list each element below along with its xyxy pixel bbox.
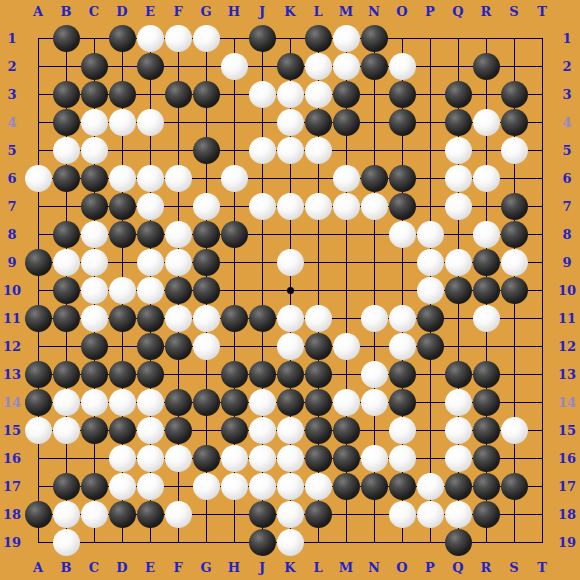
intersection-T19[interactable] (528, 528, 556, 556)
intersection-R18[interactable] (472, 500, 500, 528)
intersection-L9[interactable] (304, 248, 332, 276)
intersection-E3[interactable] (136, 80, 164, 108)
intersection-S2[interactable] (500, 52, 528, 80)
intersection-J18[interactable] (248, 500, 276, 528)
intersection-S7[interactable] (500, 192, 528, 220)
intersection-R10[interactable] (472, 276, 500, 304)
intersection-J19[interactable] (248, 528, 276, 556)
intersection-Q3[interactable] (444, 80, 472, 108)
intersection-P5[interactable] (416, 136, 444, 164)
intersection-H12[interactable] (220, 332, 248, 360)
intersection-O6[interactable] (388, 164, 416, 192)
intersection-Q17[interactable] (444, 472, 472, 500)
intersection-A1[interactable] (24, 24, 52, 52)
intersection-K3[interactable] (276, 80, 304, 108)
intersection-N17[interactable] (360, 472, 388, 500)
intersection-R11[interactable] (472, 304, 500, 332)
intersection-A13[interactable] (24, 360, 52, 388)
intersection-T17[interactable] (528, 472, 556, 500)
intersection-D15[interactable] (108, 416, 136, 444)
intersection-C19[interactable] (80, 528, 108, 556)
intersection-D14[interactable] (108, 388, 136, 416)
intersection-R16[interactable] (472, 444, 500, 472)
intersection-K9[interactable] (276, 248, 304, 276)
intersection-L3[interactable] (304, 80, 332, 108)
intersection-A7[interactable] (24, 192, 52, 220)
intersection-R19[interactable] (472, 528, 500, 556)
intersection-B8[interactable] (52, 220, 80, 248)
intersection-F18[interactable] (164, 500, 192, 528)
intersection-N6[interactable] (360, 164, 388, 192)
intersection-G14[interactable] (192, 388, 220, 416)
intersection-L4[interactable] (304, 108, 332, 136)
intersection-L12[interactable] (304, 332, 332, 360)
intersection-G11[interactable] (192, 304, 220, 332)
intersection-J2[interactable] (248, 52, 276, 80)
intersection-F6[interactable] (164, 164, 192, 192)
intersection-Q19[interactable] (444, 528, 472, 556)
intersection-T14[interactable] (528, 388, 556, 416)
intersection-C5[interactable] (80, 136, 108, 164)
intersection-P16[interactable] (416, 444, 444, 472)
intersection-G5[interactable] (192, 136, 220, 164)
intersection-M16[interactable] (332, 444, 360, 472)
intersection-K17[interactable] (276, 472, 304, 500)
intersection-P15[interactable] (416, 416, 444, 444)
intersection-D2[interactable] (108, 52, 136, 80)
intersection-F2[interactable] (164, 52, 192, 80)
intersection-D16[interactable] (108, 444, 136, 472)
intersection-N9[interactable] (360, 248, 388, 276)
intersection-S16[interactable] (500, 444, 528, 472)
intersection-O17[interactable] (388, 472, 416, 500)
intersection-J17[interactable] (248, 472, 276, 500)
intersection-B5[interactable] (52, 136, 80, 164)
intersection-A19[interactable] (24, 528, 52, 556)
intersection-P1[interactable] (416, 24, 444, 52)
intersection-R7[interactable] (472, 192, 500, 220)
intersection-M17[interactable] (332, 472, 360, 500)
intersection-G6[interactable] (192, 164, 220, 192)
intersection-C4[interactable] (80, 108, 108, 136)
intersection-J1[interactable] (248, 24, 276, 52)
intersection-F9[interactable] (164, 248, 192, 276)
intersection-K8[interactable] (276, 220, 304, 248)
intersection-J14[interactable] (248, 388, 276, 416)
intersection-A6[interactable] (24, 164, 52, 192)
intersection-O15[interactable] (388, 416, 416, 444)
intersection-P11[interactable] (416, 304, 444, 332)
intersection-T12[interactable] (528, 332, 556, 360)
intersection-C6[interactable] (80, 164, 108, 192)
intersection-A11[interactable] (24, 304, 52, 332)
intersection-N18[interactable] (360, 500, 388, 528)
intersection-O11[interactable] (388, 304, 416, 332)
intersection-A15[interactable] (24, 416, 52, 444)
intersection-E11[interactable] (136, 304, 164, 332)
intersection-M5[interactable] (332, 136, 360, 164)
intersection-L11[interactable] (304, 304, 332, 332)
intersection-Q15[interactable] (444, 416, 472, 444)
intersection-R15[interactable] (472, 416, 500, 444)
intersection-K19[interactable] (276, 528, 304, 556)
intersection-S15[interactable] (500, 416, 528, 444)
intersection-Q1[interactable] (444, 24, 472, 52)
intersection-B18[interactable] (52, 500, 80, 528)
intersection-F19[interactable] (164, 528, 192, 556)
intersection-B1[interactable] (52, 24, 80, 52)
intersection-H7[interactable] (220, 192, 248, 220)
intersection-N12[interactable] (360, 332, 388, 360)
intersection-P9[interactable] (416, 248, 444, 276)
intersection-O1[interactable] (388, 24, 416, 52)
intersection-C13[interactable] (80, 360, 108, 388)
intersection-T9[interactable] (528, 248, 556, 276)
intersection-D9[interactable] (108, 248, 136, 276)
intersection-A17[interactable] (24, 472, 52, 500)
intersection-P4[interactable] (416, 108, 444, 136)
intersection-C17[interactable] (80, 472, 108, 500)
intersection-S17[interactable] (500, 472, 528, 500)
intersection-S19[interactable] (500, 528, 528, 556)
intersection-L5[interactable] (304, 136, 332, 164)
intersection-B12[interactable] (52, 332, 80, 360)
intersection-N8[interactable] (360, 220, 388, 248)
intersection-G4[interactable] (192, 108, 220, 136)
intersection-D12[interactable] (108, 332, 136, 360)
intersection-M10[interactable] (332, 276, 360, 304)
intersection-N13[interactable] (360, 360, 388, 388)
intersection-N15[interactable] (360, 416, 388, 444)
intersection-M9[interactable] (332, 248, 360, 276)
intersection-J13[interactable] (248, 360, 276, 388)
intersection-N1[interactable] (360, 24, 388, 52)
intersection-C7[interactable] (80, 192, 108, 220)
intersection-P2[interactable] (416, 52, 444, 80)
intersection-M2[interactable] (332, 52, 360, 80)
intersection-J4[interactable] (248, 108, 276, 136)
intersection-M7[interactable] (332, 192, 360, 220)
intersection-E16[interactable] (136, 444, 164, 472)
intersection-Q13[interactable] (444, 360, 472, 388)
intersection-O13[interactable] (388, 360, 416, 388)
intersection-E2[interactable] (136, 52, 164, 80)
intersection-G15[interactable] (192, 416, 220, 444)
intersection-L15[interactable] (304, 416, 332, 444)
intersection-J7[interactable] (248, 192, 276, 220)
intersection-E12[interactable] (136, 332, 164, 360)
intersection-R4[interactable] (472, 108, 500, 136)
intersection-Q6[interactable] (444, 164, 472, 192)
intersection-J9[interactable] (248, 248, 276, 276)
intersection-S4[interactable] (500, 108, 528, 136)
intersection-T18[interactable] (528, 500, 556, 528)
intersection-C11[interactable] (80, 304, 108, 332)
intersection-B2[interactable] (52, 52, 80, 80)
intersection-P6[interactable] (416, 164, 444, 192)
intersection-D3[interactable] (108, 80, 136, 108)
intersection-H1[interactable] (220, 24, 248, 52)
intersection-H11[interactable] (220, 304, 248, 332)
intersection-H13[interactable] (220, 360, 248, 388)
intersection-A18[interactable] (24, 500, 52, 528)
intersection-T2[interactable] (528, 52, 556, 80)
intersection-E1[interactable] (136, 24, 164, 52)
intersection-A8[interactable] (24, 220, 52, 248)
intersection-P12[interactable] (416, 332, 444, 360)
intersection-A3[interactable] (24, 80, 52, 108)
intersection-S9[interactable] (500, 248, 528, 276)
intersection-O14[interactable] (388, 388, 416, 416)
intersection-L14[interactable] (304, 388, 332, 416)
intersection-M4[interactable] (332, 108, 360, 136)
intersection-E13[interactable] (136, 360, 164, 388)
intersection-P10[interactable] (416, 276, 444, 304)
intersection-E10[interactable] (136, 276, 164, 304)
intersection-P19[interactable] (416, 528, 444, 556)
intersection-A4[interactable] (24, 108, 52, 136)
intersection-K15[interactable] (276, 416, 304, 444)
intersection-H16[interactable] (220, 444, 248, 472)
intersection-P8[interactable] (416, 220, 444, 248)
intersection-A5[interactable] (24, 136, 52, 164)
intersection-K14[interactable] (276, 388, 304, 416)
intersection-O2[interactable] (388, 52, 416, 80)
intersection-G13[interactable] (192, 360, 220, 388)
intersection-J3[interactable] (248, 80, 276, 108)
intersection-N14[interactable] (360, 388, 388, 416)
intersection-E14[interactable] (136, 388, 164, 416)
intersection-G9[interactable] (192, 248, 220, 276)
intersection-B19[interactable] (52, 528, 80, 556)
intersection-H17[interactable] (220, 472, 248, 500)
intersection-B13[interactable] (52, 360, 80, 388)
intersection-F17[interactable] (164, 472, 192, 500)
intersection-E7[interactable] (136, 192, 164, 220)
intersection-D13[interactable] (108, 360, 136, 388)
intersection-E15[interactable] (136, 416, 164, 444)
intersection-D19[interactable] (108, 528, 136, 556)
intersection-E9[interactable] (136, 248, 164, 276)
intersection-O3[interactable] (388, 80, 416, 108)
intersection-F1[interactable] (164, 24, 192, 52)
intersection-C10[interactable] (80, 276, 108, 304)
intersection-N11[interactable] (360, 304, 388, 332)
intersection-L19[interactable] (304, 528, 332, 556)
intersection-J10[interactable] (248, 276, 276, 304)
intersection-C1[interactable] (80, 24, 108, 52)
intersection-L18[interactable] (304, 500, 332, 528)
intersection-J5[interactable] (248, 136, 276, 164)
intersection-P17[interactable] (416, 472, 444, 500)
intersection-G1[interactable] (192, 24, 220, 52)
intersection-R8[interactable] (472, 220, 500, 248)
intersection-F12[interactable] (164, 332, 192, 360)
intersection-L8[interactable] (304, 220, 332, 248)
intersection-N5[interactable] (360, 136, 388, 164)
intersection-E5[interactable] (136, 136, 164, 164)
intersection-T7[interactable] (528, 192, 556, 220)
intersection-N2[interactable] (360, 52, 388, 80)
intersection-T3[interactable] (528, 80, 556, 108)
intersection-F11[interactable] (164, 304, 192, 332)
intersection-H3[interactable] (220, 80, 248, 108)
intersection-A10[interactable] (24, 276, 52, 304)
intersection-O19[interactable] (388, 528, 416, 556)
intersection-M19[interactable] (332, 528, 360, 556)
intersection-C2[interactable] (80, 52, 108, 80)
intersection-G12[interactable] (192, 332, 220, 360)
intersection-L6[interactable] (304, 164, 332, 192)
intersection-R13[interactable] (472, 360, 500, 388)
intersection-F7[interactable] (164, 192, 192, 220)
intersection-K4[interactable] (276, 108, 304, 136)
intersection-B17[interactable] (52, 472, 80, 500)
intersection-C15[interactable] (80, 416, 108, 444)
intersection-T10[interactable] (528, 276, 556, 304)
intersection-C3[interactable] (80, 80, 108, 108)
intersection-F14[interactable] (164, 388, 192, 416)
intersection-B16[interactable] (52, 444, 80, 472)
intersection-C18[interactable] (80, 500, 108, 528)
intersection-M18[interactable] (332, 500, 360, 528)
intersection-K7[interactable] (276, 192, 304, 220)
intersection-F3[interactable] (164, 80, 192, 108)
intersection-S11[interactable] (500, 304, 528, 332)
intersection-R9[interactable] (472, 248, 500, 276)
intersection-S10[interactable] (500, 276, 528, 304)
intersection-C9[interactable] (80, 248, 108, 276)
intersection-T4[interactable] (528, 108, 556, 136)
intersection-G18[interactable] (192, 500, 220, 528)
intersection-H4[interactable] (220, 108, 248, 136)
intersection-O16[interactable] (388, 444, 416, 472)
intersection-E17[interactable] (136, 472, 164, 500)
intersection-H5[interactable] (220, 136, 248, 164)
intersection-O5[interactable] (388, 136, 416, 164)
intersection-K13[interactable] (276, 360, 304, 388)
intersection-J6[interactable] (248, 164, 276, 192)
intersection-S3[interactable] (500, 80, 528, 108)
intersection-D17[interactable] (108, 472, 136, 500)
intersection-B9[interactable] (52, 248, 80, 276)
intersection-F15[interactable] (164, 416, 192, 444)
intersection-F5[interactable] (164, 136, 192, 164)
intersection-D1[interactable] (108, 24, 136, 52)
intersection-K16[interactable] (276, 444, 304, 472)
intersection-G19[interactable] (192, 528, 220, 556)
intersection-E8[interactable] (136, 220, 164, 248)
intersection-J12[interactable] (248, 332, 276, 360)
intersection-K12[interactable] (276, 332, 304, 360)
intersection-A16[interactable] (24, 444, 52, 472)
intersection-D18[interactable] (108, 500, 136, 528)
intersection-N4[interactable] (360, 108, 388, 136)
intersection-J11[interactable] (248, 304, 276, 332)
intersection-K6[interactable] (276, 164, 304, 192)
intersection-S8[interactable] (500, 220, 528, 248)
intersection-C12[interactable] (80, 332, 108, 360)
intersection-N10[interactable] (360, 276, 388, 304)
intersection-B15[interactable] (52, 416, 80, 444)
intersection-R2[interactable] (472, 52, 500, 80)
intersection-F10[interactable] (164, 276, 192, 304)
intersection-N19[interactable] (360, 528, 388, 556)
intersection-K11[interactable] (276, 304, 304, 332)
intersection-B3[interactable] (52, 80, 80, 108)
intersection-S1[interactable] (500, 24, 528, 52)
intersection-H9[interactable] (220, 248, 248, 276)
intersection-P14[interactable] (416, 388, 444, 416)
intersection-Q12[interactable] (444, 332, 472, 360)
intersection-D6[interactable] (108, 164, 136, 192)
intersection-H18[interactable] (220, 500, 248, 528)
intersection-J16[interactable] (248, 444, 276, 472)
intersection-M14[interactable] (332, 388, 360, 416)
intersection-B11[interactable] (52, 304, 80, 332)
intersection-K2[interactable] (276, 52, 304, 80)
intersection-R17[interactable] (472, 472, 500, 500)
intersection-R3[interactable] (472, 80, 500, 108)
intersection-T13[interactable] (528, 360, 556, 388)
intersection-J15[interactable] (248, 416, 276, 444)
intersection-C8[interactable] (80, 220, 108, 248)
intersection-D10[interactable] (108, 276, 136, 304)
intersection-B7[interactable] (52, 192, 80, 220)
intersection-H8[interactable] (220, 220, 248, 248)
intersection-M13[interactable] (332, 360, 360, 388)
intersection-O4[interactable] (388, 108, 416, 136)
intersection-M11[interactable] (332, 304, 360, 332)
intersection-R5[interactable] (472, 136, 500, 164)
intersection-Q5[interactable] (444, 136, 472, 164)
intersection-T15[interactable] (528, 416, 556, 444)
intersection-D8[interactable] (108, 220, 136, 248)
intersection-M12[interactable] (332, 332, 360, 360)
intersection-C14[interactable] (80, 388, 108, 416)
intersection-D11[interactable] (108, 304, 136, 332)
intersection-G17[interactable] (192, 472, 220, 500)
intersection-G10[interactable] (192, 276, 220, 304)
intersection-S5[interactable] (500, 136, 528, 164)
intersection-J8[interactable] (248, 220, 276, 248)
intersection-P13[interactable] (416, 360, 444, 388)
intersection-G16[interactable] (192, 444, 220, 472)
intersection-O8[interactable] (388, 220, 416, 248)
intersection-C16[interactable] (80, 444, 108, 472)
intersection-G3[interactable] (192, 80, 220, 108)
intersection-L10[interactable] (304, 276, 332, 304)
intersection-Q4[interactable] (444, 108, 472, 136)
intersection-L7[interactable] (304, 192, 332, 220)
intersection-F4[interactable] (164, 108, 192, 136)
intersection-K18[interactable] (276, 500, 304, 528)
intersection-N7[interactable] (360, 192, 388, 220)
intersection-A12[interactable] (24, 332, 52, 360)
intersection-F16[interactable] (164, 444, 192, 472)
intersection-K1[interactable] (276, 24, 304, 52)
intersection-G8[interactable] (192, 220, 220, 248)
intersection-Q2[interactable] (444, 52, 472, 80)
intersection-H15[interactable] (220, 416, 248, 444)
intersection-P18[interactable] (416, 500, 444, 528)
intersection-T5[interactable] (528, 136, 556, 164)
intersection-R12[interactable] (472, 332, 500, 360)
intersection-A2[interactable] (24, 52, 52, 80)
intersection-L16[interactable] (304, 444, 332, 472)
intersection-F8[interactable] (164, 220, 192, 248)
intersection-B10[interactable] (52, 276, 80, 304)
